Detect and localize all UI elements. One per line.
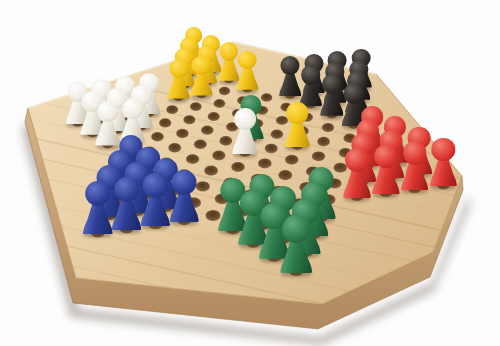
hole[interactable] (258, 158, 272, 168)
peg-black[interactable] (279, 56, 301, 97)
peg-head (283, 215, 310, 242)
hole[interactable] (212, 151, 225, 161)
peg-head (287, 102, 309, 124)
hole[interactable] (201, 126, 214, 135)
peg-yellow[interactable] (285, 102, 310, 148)
peg-head (220, 42, 238, 60)
peg-blue[interactable] (141, 173, 170, 227)
peg-head (97, 101, 118, 122)
peg-head (322, 74, 342, 94)
peg-red[interactable] (343, 148, 371, 199)
hole[interactable] (219, 87, 230, 95)
peg-black[interactable] (299, 65, 322, 107)
hole[interactable] (214, 99, 226, 108)
hole[interactable] (322, 123, 334, 132)
hole[interactable] (317, 137, 330, 147)
hole[interactable] (204, 166, 218, 176)
peg-head (114, 177, 139, 202)
peg-head (301, 65, 321, 85)
peg-yellow[interactable] (190, 56, 212, 97)
peg-blue[interactable] (112, 177, 142, 231)
hole[interactable] (190, 102, 202, 111)
peg-head (374, 145, 398, 169)
hole[interactable] (159, 118, 171, 127)
peg-head (85, 181, 111, 207)
hole[interactable] (186, 154, 199, 164)
peg-head (234, 108, 256, 130)
peg-head (432, 138, 455, 161)
peg-head (281, 56, 300, 75)
hole[interactable] (176, 129, 189, 138)
hole[interactable] (271, 130, 284, 139)
peg-yellow[interactable] (167, 59, 189, 100)
peg-head (403, 141, 427, 165)
hole[interactable] (265, 144, 278, 154)
peg-black[interactable] (320, 74, 343, 117)
peg-head (122, 98, 143, 119)
peg-white[interactable] (232, 108, 257, 155)
peg-green[interactable] (280, 215, 312, 274)
hole[interactable] (312, 151, 325, 161)
hole[interactable] (231, 162, 245, 172)
peg-head (238, 51, 257, 70)
peg-head (169, 59, 188, 78)
hole[interactable] (183, 115, 195, 124)
peg-red[interactable] (401, 141, 428, 191)
peg-head (192, 56, 211, 75)
hole[interactable] (194, 140, 207, 150)
peg-red[interactable] (430, 138, 457, 188)
hole[interactable] (208, 112, 220, 121)
hole[interactable] (285, 155, 298, 165)
peg-yellow[interactable] (237, 51, 259, 91)
peg-head (343, 83, 364, 104)
peg-head (345, 148, 369, 172)
peg-head (172, 170, 197, 195)
hole[interactable] (168, 143, 181, 153)
peg-blue[interactable] (170, 170, 199, 224)
peg-head (143, 173, 168, 198)
hole[interactable] (151, 132, 164, 141)
hole[interactable] (166, 105, 178, 114)
hole[interactable] (278, 170, 292, 180)
hole[interactable] (219, 136, 232, 146)
photo-stage (0, 0, 500, 346)
peg-blue[interactable] (83, 181, 113, 236)
peg-red[interactable] (372, 145, 400, 196)
